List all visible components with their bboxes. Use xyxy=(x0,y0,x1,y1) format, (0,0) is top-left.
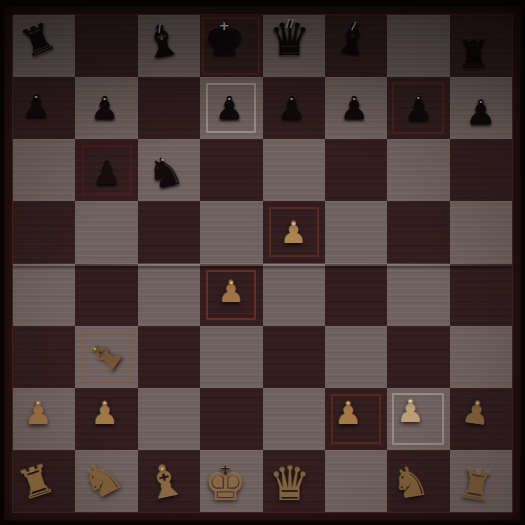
specular-glint: · xyxy=(89,344,100,354)
white-pawn-g2[interactable]: ♟· xyxy=(397,395,425,426)
square-c2[interactable] xyxy=(138,388,200,450)
square-f3[interactable] xyxy=(325,326,387,388)
specular-glint: · xyxy=(102,398,106,409)
specular-glint: ◦ xyxy=(27,464,37,477)
specular-glint: · xyxy=(159,155,165,167)
chess-board-frame: ♜♝/♚+♛//♝/♜♟·♟·♟·♟·♟·♟·♟·♟♞·♟·♟·♝·♟·♟·♟·… xyxy=(4,6,521,521)
black-queen-e8[interactable]: ♛// xyxy=(269,15,311,62)
black-pawn-h7[interactable]: ♟· xyxy=(466,95,496,129)
square-f6[interactable] xyxy=(325,139,387,201)
square-c3[interactable] xyxy=(138,326,200,388)
specular-glint: / xyxy=(351,21,357,32)
black-pawn-e7[interactable]: ♟· xyxy=(277,92,306,124)
square-d2[interactable] xyxy=(200,388,262,450)
specular-glint: · xyxy=(36,398,40,409)
black-pawn-b6[interactable]: ♟ xyxy=(92,156,122,189)
square-g8[interactable] xyxy=(387,15,449,77)
square-d3[interactable] xyxy=(200,326,262,388)
specular-glint: · xyxy=(34,91,38,102)
specular-glint: / xyxy=(157,22,163,34)
square-e2[interactable] xyxy=(263,388,325,450)
square-c4[interactable] xyxy=(138,264,200,326)
black-pawn-g7[interactable]: ♟· xyxy=(404,92,434,125)
black-pawn-f7[interactable]: ♟· xyxy=(340,92,369,124)
square-c5[interactable] xyxy=(138,201,200,263)
square-h5[interactable] xyxy=(450,201,512,263)
white-knight-g1[interactable]: ♞ xyxy=(388,459,432,507)
specular-glint: · xyxy=(102,93,106,104)
white-pawn-b2[interactable]: ♟· xyxy=(91,397,119,428)
specular-glint: // xyxy=(286,18,294,29)
square-f5[interactable] xyxy=(325,201,387,263)
specular-glint: · xyxy=(474,398,480,409)
square-g3[interactable] xyxy=(387,326,449,388)
square-a6[interactable] xyxy=(13,139,75,201)
square-g6[interactable] xyxy=(387,139,449,201)
black-rook-h8[interactable]: ♜ xyxy=(457,35,491,73)
square-e3[interactable] xyxy=(263,326,325,388)
square-d5[interactable] xyxy=(200,201,262,263)
white-rook-h1[interactable]: ♜◦ xyxy=(455,462,497,508)
white-pawn-a2[interactable]: ♟· xyxy=(24,397,52,428)
square-h3[interactable] xyxy=(450,326,512,388)
specular-glint: · xyxy=(159,463,165,475)
specular-glint: · xyxy=(227,93,231,104)
specular-glint: + xyxy=(219,19,230,32)
specular-glint: · xyxy=(416,93,420,104)
square-f1[interactable] xyxy=(325,450,387,512)
chess-board: ♜♝/♚+♛//♝/♜♟·♟·♟·♟·♟·♟·♟·♟♞·♟·♟·♝·♟·♟·♟·… xyxy=(13,15,512,512)
specular-glint: · xyxy=(408,396,412,407)
black-pawn-d7[interactable]: ♟· xyxy=(215,92,244,124)
square-g5[interactable] xyxy=(387,201,449,263)
square-b4[interactable] xyxy=(75,264,137,326)
specular-glint: · xyxy=(229,277,233,288)
square-f4[interactable] xyxy=(325,264,387,326)
white-pawn-h2[interactable]: ♟· xyxy=(460,396,492,431)
specular-glint: + xyxy=(220,462,231,475)
board-fold-seam xyxy=(13,263,512,266)
specular-glint: · xyxy=(292,219,296,230)
square-e6[interactable] xyxy=(263,139,325,201)
white-queen-e1[interactable]: ♛ xyxy=(269,459,311,506)
specular-glint: · xyxy=(346,398,350,409)
square-c7[interactable] xyxy=(138,77,200,139)
square-a3[interactable] xyxy=(13,326,75,388)
square-e4[interactable] xyxy=(263,264,325,326)
chess-photo-stage: ♜♝/♚+♛//♝/♜♟·♟·♟·♟·♟·♟·♟·♟♞·♟·♟·♝·♟·♟·♟·… xyxy=(0,0,525,525)
square-h4[interactable] xyxy=(450,264,512,326)
white-pawn-e5[interactable]: ♟· xyxy=(280,218,307,248)
specular-glint: · xyxy=(290,93,294,104)
white-pawn-f2[interactable]: ♟· xyxy=(334,397,362,428)
black-pawn-a7[interactable]: ♟· xyxy=(22,90,51,122)
black-pawn-b7[interactable]: ♟· xyxy=(90,92,119,124)
black-bishop-f8[interactable]: ♝/ xyxy=(330,16,373,63)
black-knight-c6[interactable]: ♞· xyxy=(143,149,186,196)
specular-glint: ◦ xyxy=(473,467,482,479)
square-a4[interactable] xyxy=(13,264,75,326)
white-pawn-d4[interactable]: ♟· xyxy=(218,277,245,307)
specular-glint: · xyxy=(479,96,483,107)
black-king-d8[interactable]: ♚+ xyxy=(204,16,245,62)
specular-glint: · xyxy=(352,93,356,104)
square-d6[interactable] xyxy=(200,139,262,201)
square-g4[interactable] xyxy=(387,264,449,326)
square-b5[interactable] xyxy=(75,201,137,263)
square-h6[interactable] xyxy=(450,139,512,201)
square-b8[interactable] xyxy=(75,15,137,77)
square-a5[interactable] xyxy=(13,201,75,263)
black-bishop-c8[interactable]: ♝/ xyxy=(139,16,185,66)
white-king-d1[interactable]: ♚+ xyxy=(204,459,246,506)
